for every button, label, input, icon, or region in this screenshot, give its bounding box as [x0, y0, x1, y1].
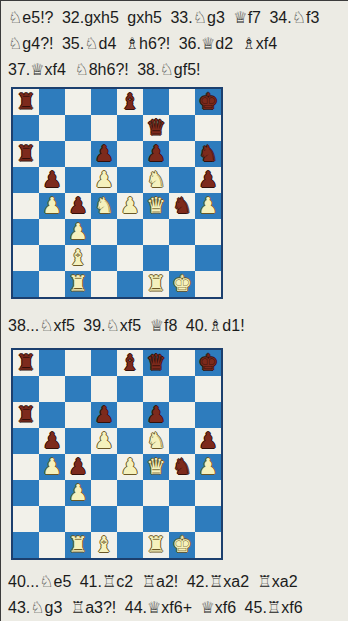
square-c5 — [65, 428, 91, 454]
black-pawn: ♟ — [68, 454, 88, 480]
square-h3 — [195, 480, 221, 506]
white-king: ♚ — [172, 532, 192, 558]
black-pawn: ♟ — [198, 167, 218, 193]
square-b1 — [39, 271, 65, 297]
black-rook: ♜ — [16, 141, 36, 167]
square-e4: ♟ — [117, 193, 143, 219]
black-pawn: ♟ — [68, 193, 88, 219]
square-a1 — [13, 271, 39, 297]
black-bishop: ♝ — [120, 350, 140, 376]
black-knight: ♞ — [172, 454, 192, 480]
square-g6 — [169, 141, 195, 167]
square-a4 — [13, 454, 39, 480]
square-b4: ♟ — [39, 454, 65, 480]
square-f3 — [143, 219, 169, 245]
square-c2 — [65, 506, 91, 532]
black-pawn: ♟ — [146, 141, 166, 167]
square-d6: ♟ — [91, 402, 117, 428]
square-e7 — [117, 115, 143, 141]
square-b2 — [39, 506, 65, 532]
square-a6: ♜ — [13, 402, 39, 428]
square-h1 — [195, 271, 221, 297]
square-c3: ♟ — [65, 480, 91, 506]
square-a3 — [13, 480, 39, 506]
square-c4: ♟ — [65, 193, 91, 219]
square-a5 — [13, 428, 39, 454]
white-king: ♚ — [172, 271, 192, 297]
square-d7 — [91, 376, 117, 402]
square-f6: ♟ — [143, 402, 169, 428]
square-d2 — [91, 245, 117, 271]
square-c6 — [65, 141, 91, 167]
square-d4: ♞ — [91, 193, 117, 219]
chess-board-diagram-1: ♜♝♚♛♜♟♟♞♟♟♞♟♟♟♞♟♛♞♟♟♝♜♜♚ — [11, 87, 223, 299]
black-queen: ♛ — [146, 115, 166, 141]
square-f1: ♜ — [143, 271, 169, 297]
white-knight: ♞ — [146, 428, 166, 454]
square-g1: ♚ — [169, 532, 195, 558]
square-a6: ♜ — [13, 141, 39, 167]
square-a2 — [13, 245, 39, 271]
square-g2 — [169, 506, 195, 532]
square-c5 — [65, 167, 91, 193]
black-pawn: ♟ — [198, 428, 218, 454]
square-h7 — [195, 376, 221, 402]
square-e6 — [117, 141, 143, 167]
chess-book-page: { "game": "chess", "colors": { "page_bg"… — [0, 0, 348, 621]
square-b2 — [39, 245, 65, 271]
black-knight: ♞ — [198, 141, 218, 167]
square-b7 — [39, 115, 65, 141]
chess-board-diagram-2: ♜♝♛♚♜♟♟♟♟♞♟♟♟♟♛♞♟♟♜♝♜♚ — [11, 348, 223, 560]
square-a2 — [13, 506, 39, 532]
white-queen: ♛ — [146, 193, 166, 219]
square-b6 — [39, 141, 65, 167]
square-d7 — [91, 115, 117, 141]
square-b4: ♟ — [39, 193, 65, 219]
square-a5 — [13, 167, 39, 193]
square-f3 — [143, 480, 169, 506]
square-b7 — [39, 376, 65, 402]
square-f1: ♜ — [143, 532, 169, 558]
square-f4: ♛ — [143, 193, 169, 219]
square-b5: ♟ — [39, 428, 65, 454]
white-rook: ♜ — [68, 271, 88, 297]
black-pawn: ♟ — [42, 167, 62, 193]
square-f6: ♟ — [143, 141, 169, 167]
square-d1 — [91, 271, 117, 297]
square-h6 — [195, 402, 221, 428]
square-a7 — [13, 115, 39, 141]
square-g8 — [169, 350, 195, 376]
square-d5: ♟ — [91, 167, 117, 193]
square-b5: ♟ — [39, 167, 65, 193]
square-h2 — [195, 506, 221, 532]
square-c1: ♜ — [65, 532, 91, 558]
white-bishop: ♝ — [94, 532, 114, 558]
square-f8 — [143, 89, 169, 115]
square-b3 — [39, 480, 65, 506]
notation-line-1: ♘e5!? 32.gxh5 gxh5 33.♘g3 ♕f7 34.♘f3 — [1, 1, 348, 31]
square-f5: ♞ — [143, 428, 169, 454]
square-g5 — [169, 167, 195, 193]
square-d5: ♟ — [91, 428, 117, 454]
white-pawn: ♟ — [120, 193, 140, 219]
square-g4: ♞ — [169, 454, 195, 480]
white-pawn: ♟ — [198, 193, 218, 219]
square-h2 — [195, 245, 221, 271]
square-c8 — [65, 350, 91, 376]
white-pawn: ♟ — [94, 167, 114, 193]
square-e7 — [117, 376, 143, 402]
white-rook: ♜ — [146, 532, 166, 558]
square-d8 — [91, 350, 117, 376]
black-king: ♚ — [198, 350, 218, 376]
square-e3 — [117, 219, 143, 245]
square-h7 — [195, 115, 221, 141]
black-queen: ♛ — [146, 350, 166, 376]
notation-line-3: 37.♕xf4 ♘8h6?! 38.♘gf5! — [1, 57, 348, 83]
square-g3 — [169, 480, 195, 506]
notation-line-5: 40...♘e5 41.♖c2 ♖a2! 42.♖xa2 ♖xa2 — [1, 569, 348, 595]
square-c8 — [65, 89, 91, 115]
black-rook: ♜ — [16, 350, 36, 376]
square-c4: ♟ — [65, 454, 91, 480]
square-c7 — [65, 376, 91, 402]
white-rook: ♜ — [68, 532, 88, 558]
square-e1 — [117, 532, 143, 558]
square-f7: ♛ — [143, 115, 169, 141]
square-c7 — [65, 115, 91, 141]
white-pawn: ♟ — [94, 428, 114, 454]
square-c1: ♜ — [65, 271, 91, 297]
square-e8: ♝ — [117, 350, 143, 376]
square-b8 — [39, 89, 65, 115]
white-pawn: ♟ — [120, 454, 140, 480]
black-knight: ♞ — [172, 193, 192, 219]
square-h4: ♟ — [195, 454, 221, 480]
square-b3 — [39, 219, 65, 245]
square-f7 — [143, 376, 169, 402]
white-knight: ♞ — [146, 167, 166, 193]
square-g1: ♚ — [169, 271, 195, 297]
square-a8: ♜ — [13, 89, 39, 115]
square-d8 — [91, 89, 117, 115]
square-d3 — [91, 480, 117, 506]
notation-line-4: 38...♘xf5 39.♘xf5 ♕f8 40.♗d1! — [1, 313, 348, 339]
white-knight: ♞ — [94, 193, 114, 219]
square-b8 — [39, 350, 65, 376]
square-a3 — [13, 219, 39, 245]
square-h3 — [195, 219, 221, 245]
square-e8: ♝ — [117, 89, 143, 115]
square-c3: ♟ — [65, 219, 91, 245]
white-pawn: ♟ — [42, 193, 62, 219]
white-pawn: ♟ — [42, 454, 62, 480]
square-c2: ♝ — [65, 245, 91, 271]
square-h8: ♚ — [195, 89, 221, 115]
square-e4: ♟ — [117, 454, 143, 480]
square-h6: ♞ — [195, 141, 221, 167]
square-g2 — [169, 245, 195, 271]
square-a4 — [13, 193, 39, 219]
square-a1 — [13, 532, 39, 558]
square-d1: ♝ — [91, 532, 117, 558]
square-a8: ♜ — [13, 350, 39, 376]
square-h5: ♟ — [195, 428, 221, 454]
square-c6 — [65, 402, 91, 428]
black-pawn: ♟ — [94, 402, 114, 428]
square-e2 — [117, 506, 143, 532]
square-e2 — [117, 245, 143, 271]
square-b1 — [39, 532, 65, 558]
black-bishop: ♝ — [120, 89, 140, 115]
square-d2 — [91, 506, 117, 532]
square-h4: ♟ — [195, 193, 221, 219]
white-queen: ♛ — [146, 454, 166, 480]
black-pawn: ♟ — [42, 428, 62, 454]
white-pawn: ♟ — [198, 454, 218, 480]
square-h5: ♟ — [195, 167, 221, 193]
black-king: ♚ — [198, 89, 218, 115]
square-g7 — [169, 376, 195, 402]
black-rook: ♜ — [16, 89, 36, 115]
square-f2 — [143, 245, 169, 271]
square-e5 — [117, 428, 143, 454]
square-a7 — [13, 376, 39, 402]
black-rook: ♜ — [16, 402, 36, 428]
square-e3 — [117, 480, 143, 506]
black-pawn: ♟ — [94, 141, 114, 167]
square-h8: ♚ — [195, 350, 221, 376]
square-e6 — [117, 402, 143, 428]
square-h1 — [195, 532, 221, 558]
notation-line-2: ♘g4?! 35.♘d4 ♗h6?! 36.♕d2 ♗xf4 — [1, 31, 348, 57]
white-bishop: ♝ — [68, 245, 88, 271]
square-f5: ♞ — [143, 167, 169, 193]
white-pawn: ♟ — [68, 219, 88, 245]
square-b6 — [39, 402, 65, 428]
square-g8 — [169, 89, 195, 115]
square-d6: ♟ — [91, 141, 117, 167]
white-rook: ♜ — [146, 271, 166, 297]
square-g4: ♞ — [169, 193, 195, 219]
square-e5 — [117, 167, 143, 193]
square-g5 — [169, 428, 195, 454]
square-d4 — [91, 454, 117, 480]
black-pawn: ♟ — [146, 402, 166, 428]
square-g7 — [169, 115, 195, 141]
square-e1 — [117, 271, 143, 297]
square-g3 — [169, 219, 195, 245]
square-d3 — [91, 219, 117, 245]
notation-line-6: 43.♘g3 ♖a3?! 44.♕xf6+ ♕xf6 45.♖xf6 — [1, 595, 348, 621]
white-pawn: ♟ — [68, 480, 88, 506]
square-f4: ♛ — [143, 454, 169, 480]
square-f8: ♛ — [143, 350, 169, 376]
square-g6 — [169, 402, 195, 428]
square-f2 — [143, 506, 169, 532]
